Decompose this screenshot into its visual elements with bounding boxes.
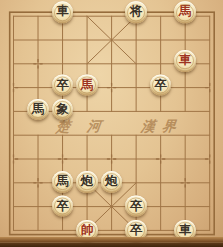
- piece-red-horse[interactable]: 馬: [174, 2, 196, 24]
- piece-black-elephant[interactable]: 象: [52, 99, 74, 121]
- board-point-2-8: 卒: [50, 195, 75, 219]
- board-point-2-7: 馬: [50, 171, 75, 195]
- piece-glyph: 馬: [179, 6, 192, 18]
- piece-glyph: 卒: [56, 78, 69, 91]
- piece-black-horse[interactable]: 馬: [27, 99, 49, 121]
- piece-red-chariot[interactable]: 車: [174, 50, 196, 72]
- piece-glyph: 卒: [130, 224, 143, 237]
- board-point-7-0: 馬: [173, 4, 198, 28]
- board-point-7-2: 車: [173, 52, 198, 76]
- piece-black-soldier[interactable]: 卒: [150, 74, 172, 96]
- board-point-3-3: 馬: [75, 76, 100, 100]
- board-bottom-edge: [0, 237, 223, 247]
- piece-black-soldier[interactable]: 卒: [125, 195, 147, 217]
- piece-glyph: 帥: [81, 224, 94, 237]
- xiangqi-app: 楚河 漢界 車将馬車卒馬卒馬象馬炮炮卒卒帥卒車: [0, 0, 223, 247]
- board-point-6-3: 卒: [148, 76, 173, 100]
- piece-glyph: 馬: [56, 175, 69, 188]
- piece-black-soldier[interactable]: 卒: [52, 74, 74, 96]
- piece-glyph: 象: [56, 103, 69, 116]
- board-point-2-0: 車: [50, 4, 75, 28]
- piece-black-cannon[interactable]: 炮: [76, 171, 98, 193]
- piece-glyph: 卒: [130, 199, 143, 212]
- piece-black-horse[interactable]: 馬: [52, 171, 74, 193]
- piece-glyph: 卒: [154, 78, 167, 91]
- board-point-1-4: 馬: [26, 99, 51, 123]
- piece-glyph: 卒: [56, 199, 69, 212]
- board-point-5-0: 将: [124, 4, 149, 28]
- piece-red-horse[interactable]: 馬: [76, 74, 98, 96]
- piece-black-general[interactable]: 将: [125, 2, 147, 24]
- board-point-5-8: 卒: [124, 195, 149, 219]
- board-point-4-7: 炮: [99, 171, 124, 195]
- board-point-2-4: 象: [50, 99, 75, 123]
- pieces-layer: 車将馬車卒馬卒馬象馬炮炮卒卒帥卒車: [1, 4, 222, 242]
- piece-glyph: 馬: [32, 103, 45, 116]
- piece-glyph: 車: [179, 54, 192, 67]
- piece-glyph: 将: [130, 6, 143, 18]
- piece-black-soldier[interactable]: 卒: [52, 195, 74, 217]
- piece-black-chariot[interactable]: 車: [52, 2, 74, 24]
- piece-glyph: 炮: [105, 175, 118, 188]
- board-point-3-7: 炮: [75, 171, 100, 195]
- piece-glyph: 車: [56, 6, 69, 18]
- piece-glyph: 炮: [81, 175, 94, 188]
- piece-glyph: 馬: [81, 78, 94, 91]
- board-point-2-3: 卒: [50, 76, 75, 100]
- piece-glyph: 車: [179, 224, 192, 237]
- piece-black-cannon[interactable]: 炮: [101, 171, 123, 193]
